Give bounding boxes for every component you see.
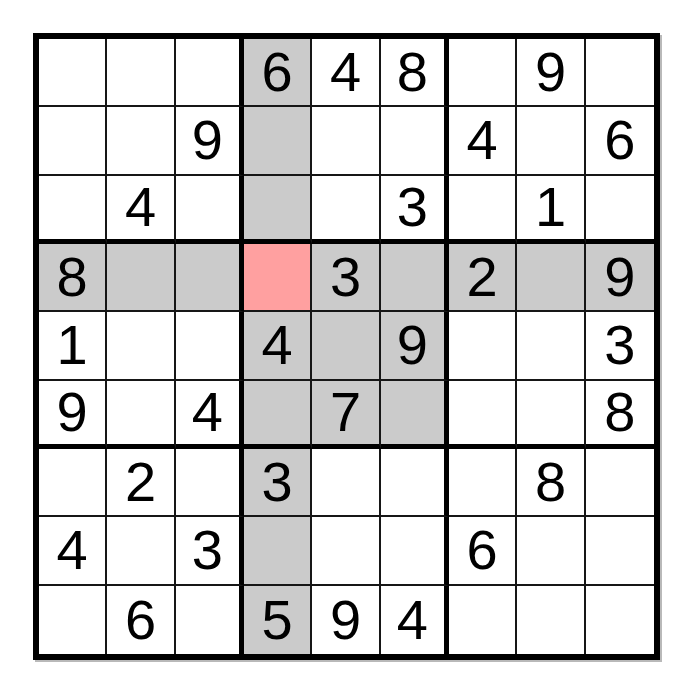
cell-r6c2[interactable] — [107, 381, 175, 449]
cell-r5c3[interactable] — [176, 312, 244, 380]
cell-r8c9[interactable] — [586, 517, 654, 585]
cell-r7c7[interactable] — [449, 449, 517, 517]
cell-r1c5[interactable]: 4 — [312, 39, 380, 107]
cell-r2c6[interactable] — [381, 107, 449, 175]
cell-r4c8[interactable] — [517, 244, 585, 312]
cell-r9c4[interactable]: 5 — [244, 586, 312, 654]
cell-r1c3[interactable] — [176, 39, 244, 107]
cell-r3c6[interactable]: 3 — [381, 176, 449, 244]
cell-r9c9[interactable] — [586, 586, 654, 654]
cell-r7c9[interactable] — [586, 449, 654, 517]
cell-r5c5[interactable] — [312, 312, 380, 380]
cell-r7c5[interactable] — [312, 449, 380, 517]
cell-r3c2[interactable]: 4 — [107, 176, 175, 244]
cell-r4c7[interactable]: 2 — [449, 244, 517, 312]
cell-r6c7[interactable] — [449, 381, 517, 449]
cell-r6c3[interactable]: 4 — [176, 381, 244, 449]
cell-r9c5[interactable]: 9 — [312, 586, 380, 654]
cell-r9c1[interactable] — [39, 586, 107, 654]
cell-r8c5[interactable] — [312, 517, 380, 585]
cell-r7c3[interactable] — [176, 449, 244, 517]
cell-r4c4[interactable] — [244, 244, 312, 312]
cell-r7c8[interactable]: 8 — [517, 449, 585, 517]
cell-r8c3[interactable]: 3 — [176, 517, 244, 585]
cell-r4c1[interactable]: 8 — [39, 244, 107, 312]
cell-r9c2[interactable]: 6 — [107, 586, 175, 654]
cell-r7c6[interactable] — [381, 449, 449, 517]
cell-r6c9[interactable]: 8 — [586, 381, 654, 449]
cell-r3c7[interactable] — [449, 176, 517, 244]
cell-r2c7[interactable]: 4 — [449, 107, 517, 175]
cell-r4c3[interactable] — [176, 244, 244, 312]
cell-r6c1[interactable]: 9 — [39, 381, 107, 449]
cell-r5c2[interactable] — [107, 312, 175, 380]
cell-r4c2[interactable] — [107, 244, 175, 312]
cell-r3c4[interactable] — [244, 176, 312, 244]
cell-r8c4[interactable] — [244, 517, 312, 585]
cell-r8c2[interactable] — [107, 517, 175, 585]
cell-r3c5[interactable] — [312, 176, 380, 244]
cell-r3c9[interactable] — [586, 176, 654, 244]
cell-r3c1[interactable] — [39, 176, 107, 244]
cell-r8c1[interactable]: 4 — [39, 517, 107, 585]
cell-r4c6[interactable] — [381, 244, 449, 312]
cell-r5c8[interactable] — [517, 312, 585, 380]
cell-r2c3[interactable]: 9 — [176, 107, 244, 175]
sudoku-board: 64899464318329149394782384366594 — [33, 33, 660, 660]
cell-r2c2[interactable] — [107, 107, 175, 175]
cell-r1c4[interactable]: 6 — [244, 39, 312, 107]
cell-r1c1[interactable] — [39, 39, 107, 107]
cell-r5c1[interactable]: 1 — [39, 312, 107, 380]
cell-r9c8[interactable] — [517, 586, 585, 654]
cell-r3c8[interactable]: 1 — [517, 176, 585, 244]
cell-r2c4[interactable] — [244, 107, 312, 175]
cell-r3c3[interactable] — [176, 176, 244, 244]
cell-r9c6[interactable]: 4 — [381, 586, 449, 654]
cell-r6c6[interactable] — [381, 381, 449, 449]
cell-r5c9[interactable]: 3 — [586, 312, 654, 380]
cell-r1c9[interactable] — [586, 39, 654, 107]
cell-r5c4[interactable]: 4 — [244, 312, 312, 380]
cell-r9c3[interactable] — [176, 586, 244, 654]
cell-r2c9[interactable]: 6 — [586, 107, 654, 175]
cell-r6c4[interactable] — [244, 381, 312, 449]
cell-r9c7[interactable] — [449, 586, 517, 654]
cell-r6c5[interactable]: 7 — [312, 381, 380, 449]
cell-r1c6[interactable]: 8 — [381, 39, 449, 107]
sudoku-page: 64899464318329149394782384366594 — [0, 0, 692, 692]
cell-r7c4[interactable]: 3 — [244, 449, 312, 517]
cell-r8c8[interactable] — [517, 517, 585, 585]
cell-r2c5[interactable] — [312, 107, 380, 175]
cell-r1c7[interactable] — [449, 39, 517, 107]
cell-r5c6[interactable]: 9 — [381, 312, 449, 380]
cell-r4c9[interactable]: 9 — [586, 244, 654, 312]
cell-r5c7[interactable] — [449, 312, 517, 380]
cell-r1c8[interactable]: 9 — [517, 39, 585, 107]
cell-r7c2[interactable]: 2 — [107, 449, 175, 517]
cell-r8c7[interactable]: 6 — [449, 517, 517, 585]
cell-r8c6[interactable] — [381, 517, 449, 585]
cell-r2c1[interactable] — [39, 107, 107, 175]
cell-r1c2[interactable] — [107, 39, 175, 107]
cell-r4c5[interactable]: 3 — [312, 244, 380, 312]
cell-r6c8[interactable] — [517, 381, 585, 449]
cell-r7c1[interactable] — [39, 449, 107, 517]
cell-r2c8[interactable] — [517, 107, 585, 175]
